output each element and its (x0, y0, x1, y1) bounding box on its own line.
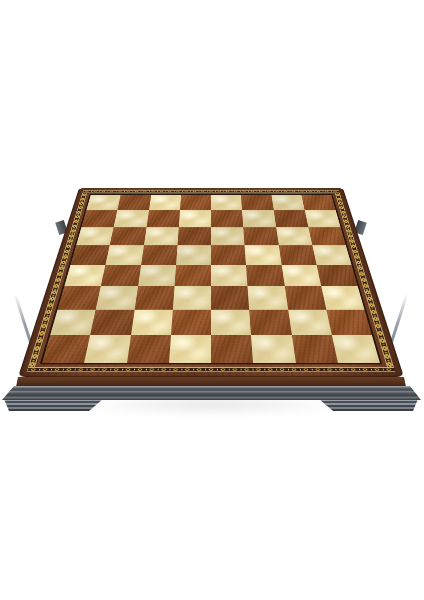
square-b4 (101, 265, 141, 286)
square-d2 (171, 309, 211, 335)
square-d4 (174, 265, 211, 286)
square-b8 (117, 195, 150, 211)
square-g4 (281, 265, 321, 286)
square-e7 (211, 210, 243, 227)
square-d1 (169, 335, 211, 363)
square-c7 (146, 210, 180, 227)
inlay-band-bottom (27, 367, 396, 372)
square-f3 (248, 286, 288, 309)
square-c3 (134, 286, 174, 309)
front-right-foot (314, 399, 424, 411)
square-e2 (211, 309, 251, 335)
square-f5 (245, 245, 282, 265)
square-a2 (50, 309, 96, 335)
square-d8 (180, 195, 211, 211)
square-b6 (110, 227, 146, 245)
front-left-foot (0, 399, 110, 411)
square-c1 (127, 335, 171, 363)
square-h1 (332, 335, 380, 363)
square-g7 (273, 210, 308, 227)
square-b1 (84, 335, 130, 363)
square-c5 (141, 245, 178, 265)
square-g1 (291, 335, 337, 363)
square-f7 (242, 210, 276, 227)
square-e3 (211, 286, 249, 309)
square-g6 (276, 227, 312, 245)
square-f2 (249, 309, 291, 335)
square-c6 (144, 227, 179, 245)
square-a7 (81, 210, 117, 227)
square-b5 (106, 245, 144, 265)
square-g5 (278, 245, 316, 265)
square-g3 (284, 286, 326, 309)
square-c8 (149, 195, 181, 211)
square-f4 (246, 265, 284, 286)
square-a4 (64, 265, 105, 286)
square-h6 (308, 227, 346, 245)
square-b7 (114, 210, 149, 227)
square-c2 (131, 309, 173, 335)
square-h2 (326, 309, 372, 335)
square-e8 (211, 195, 242, 211)
frame-front-edge (0, 377, 424, 387)
square-a3 (58, 286, 101, 309)
square-c4 (138, 265, 176, 286)
square-h8 (301, 195, 336, 211)
square-d5 (176, 245, 211, 265)
square-g2 (288, 309, 332, 335)
square-a8 (86, 195, 121, 211)
square-e1 (211, 335, 253, 363)
square-a5 (70, 245, 109, 265)
square-e6 (211, 227, 245, 245)
square-d6 (177, 227, 211, 245)
board-perspective-wrapper (18, 0, 404, 377)
square-f6 (243, 227, 278, 245)
square-d3 (173, 286, 211, 309)
square-h3 (321, 286, 364, 309)
board-top-surface (18, 188, 404, 377)
metal-base-molding (0, 386, 424, 400)
square-g8 (271, 195, 304, 211)
square-e5 (211, 245, 246, 265)
square-h5 (312, 245, 351, 265)
square-h7 (305, 210, 341, 227)
feet-row (0, 399, 424, 411)
square-d7 (179, 210, 211, 227)
square-f1 (251, 335, 295, 363)
square-a6 (76, 227, 114, 245)
square-a1 (42, 335, 90, 363)
playing-field (42, 195, 380, 363)
square-e4 (211, 265, 248, 286)
square-b3 (96, 286, 138, 309)
square-h4 (316, 265, 357, 286)
chessboard-product-photo (0, 0, 424, 600)
square-b2 (90, 309, 134, 335)
square-f8 (241, 195, 273, 211)
